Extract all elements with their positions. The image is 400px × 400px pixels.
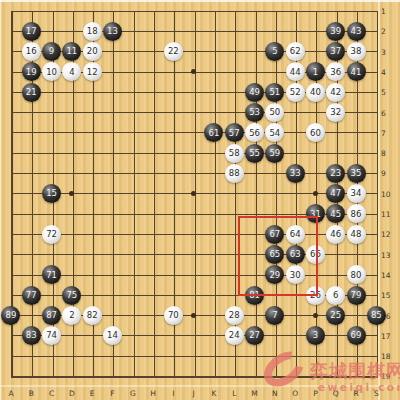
stone-black-19: 19 bbox=[22, 62, 41, 81]
row-label-10: 10 bbox=[381, 189, 399, 198]
star-point bbox=[69, 191, 74, 196]
col-label-D: D bbox=[65, 389, 79, 398]
row-label-4: 4 bbox=[381, 67, 399, 76]
stone-black-85: 85 bbox=[367, 306, 386, 325]
highlight-box bbox=[238, 216, 318, 296]
stone-black-23: 23 bbox=[326, 164, 345, 183]
stone-black-39: 39 bbox=[326, 22, 345, 41]
star-point bbox=[313, 191, 318, 196]
col-label-K: K bbox=[207, 389, 221, 398]
stone-black-45: 45 bbox=[326, 204, 345, 223]
stone-black-13: 13 bbox=[103, 22, 122, 41]
stone-white-10: 10 bbox=[42, 62, 61, 81]
row-label-3: 3 bbox=[381, 47, 399, 56]
stone-white-4: 4 bbox=[62, 62, 81, 81]
stone-white-72: 72 bbox=[42, 225, 61, 244]
stone-black-87: 87 bbox=[42, 306, 61, 325]
stone-black-71: 71 bbox=[42, 265, 61, 284]
stone-white-32: 32 bbox=[326, 103, 345, 122]
stone-black-59: 59 bbox=[265, 144, 284, 163]
stone-white-62: 62 bbox=[286, 42, 305, 61]
stone-black-43: 43 bbox=[347, 22, 366, 41]
stone-white-16: 16 bbox=[22, 42, 41, 61]
stone-white-40: 40 bbox=[306, 83, 325, 102]
star-point bbox=[191, 69, 196, 74]
stone-white-2: 2 bbox=[62, 306, 81, 325]
watermark-logo-icon bbox=[257, 344, 310, 394]
stone-white-46: 46 bbox=[326, 225, 345, 244]
stone-white-12: 12 bbox=[83, 62, 102, 81]
stone-black-79: 79 bbox=[347, 286, 366, 305]
stone-black-89: 89 bbox=[1, 306, 20, 325]
stone-black-47: 47 bbox=[326, 184, 345, 203]
stone-black-5: 5 bbox=[265, 42, 284, 61]
go-board: 1234567910111213141516171819202122232425… bbox=[0, 0, 400, 400]
stone-black-75: 75 bbox=[62, 286, 81, 305]
stone-white-54: 54 bbox=[265, 123, 284, 142]
row-label-13: 13 bbox=[381, 250, 399, 259]
stone-white-74: 74 bbox=[42, 326, 61, 345]
stone-black-37: 37 bbox=[326, 42, 345, 61]
row-label-15: 15 bbox=[381, 291, 399, 300]
stone-black-7: 7 bbox=[265, 306, 284, 325]
stone-black-27: 27 bbox=[245, 326, 264, 345]
row-label-11: 11 bbox=[381, 210, 399, 219]
stone-black-77: 77 bbox=[22, 286, 41, 305]
stone-white-50: 50 bbox=[265, 103, 284, 122]
stone-white-44: 44 bbox=[286, 62, 305, 81]
stone-black-33: 33 bbox=[286, 164, 305, 183]
stone-white-24: 24 bbox=[225, 326, 244, 345]
stone-black-51: 51 bbox=[265, 83, 284, 102]
stone-black-61: 61 bbox=[204, 123, 223, 142]
stone-black-55: 55 bbox=[245, 144, 264, 163]
stone-white-70: 70 bbox=[164, 306, 183, 325]
stone-white-38: 38 bbox=[347, 42, 366, 61]
stone-black-9: 9 bbox=[42, 42, 61, 61]
stone-white-48: 48 bbox=[347, 225, 366, 244]
row-label-12: 12 bbox=[381, 230, 399, 239]
stone-white-34: 34 bbox=[347, 184, 366, 203]
col-label-B: B bbox=[24, 389, 38, 398]
star-point bbox=[191, 313, 196, 318]
stone-white-18: 18 bbox=[83, 22, 102, 41]
stone-white-6: 6 bbox=[326, 286, 345, 305]
stone-black-1: 1 bbox=[306, 62, 325, 81]
row-label-8: 8 bbox=[381, 149, 399, 158]
stone-white-22: 22 bbox=[164, 42, 183, 61]
stone-black-49: 49 bbox=[245, 83, 264, 102]
stones-layer: 1234567910111213141516171819202122232425… bbox=[1, 1, 387, 387]
stone-white-86: 86 bbox=[347, 204, 366, 223]
stone-black-21: 21 bbox=[22, 83, 41, 102]
stone-black-35: 35 bbox=[347, 164, 366, 183]
row-label-2: 2 bbox=[381, 27, 399, 36]
col-label-I: I bbox=[166, 389, 180, 398]
stone-black-57: 57 bbox=[225, 123, 244, 142]
row-label-17: 17 bbox=[381, 331, 399, 340]
col-label-A: A bbox=[4, 389, 18, 398]
stone-black-17: 17 bbox=[22, 22, 41, 41]
stone-white-80: 80 bbox=[347, 265, 366, 284]
col-label-C: C bbox=[45, 389, 59, 398]
row-label-6: 6 bbox=[381, 108, 399, 117]
row-label-1: 1 bbox=[381, 7, 399, 16]
stone-white-58: 58 bbox=[225, 144, 244, 163]
star-point bbox=[191, 191, 196, 196]
stone-white-28: 28 bbox=[225, 306, 244, 325]
stone-black-41: 41 bbox=[347, 62, 366, 81]
stone-white-36: 36 bbox=[326, 62, 345, 81]
row-label-5: 5 bbox=[381, 88, 399, 97]
col-label-F: F bbox=[106, 389, 120, 398]
col-label-G: G bbox=[126, 389, 140, 398]
stone-white-42: 42 bbox=[326, 83, 345, 102]
stone-black-25: 25 bbox=[326, 306, 345, 325]
col-label-L: L bbox=[227, 389, 241, 398]
stone-white-20: 20 bbox=[83, 42, 102, 61]
stone-white-82: 82 bbox=[83, 306, 102, 325]
stone-black-83: 83 bbox=[22, 326, 41, 345]
stone-black-11: 11 bbox=[62, 42, 81, 61]
watermark-site-url: eweiqi.com bbox=[318, 381, 400, 393]
stone-black-15: 15 bbox=[42, 184, 61, 203]
col-label-E: E bbox=[85, 389, 99, 398]
watermark: 弈城围棋网 eweiqi.com bbox=[258, 350, 400, 398]
stone-white-88: 88 bbox=[225, 164, 244, 183]
stone-black-3: 3 bbox=[306, 326, 325, 345]
row-label-14: 14 bbox=[381, 270, 399, 279]
stone-white-14: 14 bbox=[103, 326, 122, 345]
stone-white-52: 52 bbox=[286, 83, 305, 102]
col-label-J: J bbox=[187, 389, 201, 398]
row-label-9: 9 bbox=[381, 169, 399, 178]
stone-white-56: 56 bbox=[245, 123, 264, 142]
row-label-7: 7 bbox=[381, 128, 399, 137]
stone-black-69: 69 bbox=[347, 326, 366, 345]
stone-black-53: 53 bbox=[245, 103, 264, 122]
watermark-site-name: 弈城围棋网 bbox=[310, 359, 400, 383]
star-point bbox=[313, 313, 318, 318]
col-label-H: H bbox=[146, 389, 160, 398]
stone-white-60: 60 bbox=[306, 123, 325, 142]
